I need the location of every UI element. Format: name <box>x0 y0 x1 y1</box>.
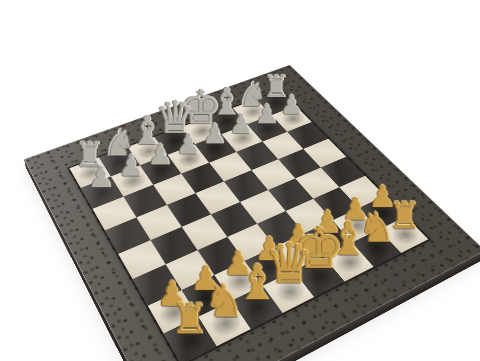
pawn-glyph: ♟ <box>88 163 115 193</box>
piece-white-rook[interactable]: ♜♜ <box>140 298 240 340</box>
square-a1[interactable]: ♜♜ <box>164 317 217 361</box>
scene: ♜♜♞♞♝♝♛♛♚♚♝♝♞♞♜♜♟♟♟♟♟♟♟♟♟♟♟♟♟♟♟♟♟♟♟♟♟♟♟♟… <box>0 0 480 361</box>
rook-glyph: ♜ <box>171 298 208 340</box>
product-photo: ♜♜♞♞♝♝♛♛♚♚♝♝♞♞♜♜♟♟♟♟♟♟♟♟♟♟♟♟♟♟♟♟♟♟♟♟♟♟♟♟… <box>0 0 480 361</box>
square-h5[interactable] <box>304 139 347 168</box>
board-frame: ♜♜♞♞♝♝♛♛♚♚♝♝♞♞♜♜♟♟♟♟♟♟♟♟♟♟♟♟♟♟♟♟♟♟♟♟♟♟♟♟… <box>24 65 480 361</box>
piece-black-pawn[interactable]: ♟♟ <box>60 163 143 193</box>
chess-board: ♜♜♞♞♝♝♛♛♚♚♝♝♞♞♜♜♟♟♟♟♟♟♟♟♟♟♟♟♟♟♟♟♟♟♟♟♟♟♟♟… <box>24 65 480 361</box>
square-a7[interactable]: ♟♟ <box>81 177 123 209</box>
board-grid: ♜♜♞♞♝♝♛♛♚♚♝♝♞♞♜♜♟♟♟♟♟♟♟♟♟♟♟♟♟♟♟♟♟♟♟♟♟♟♟♟… <box>70 91 429 361</box>
square-c4[interactable] <box>181 214 227 250</box>
